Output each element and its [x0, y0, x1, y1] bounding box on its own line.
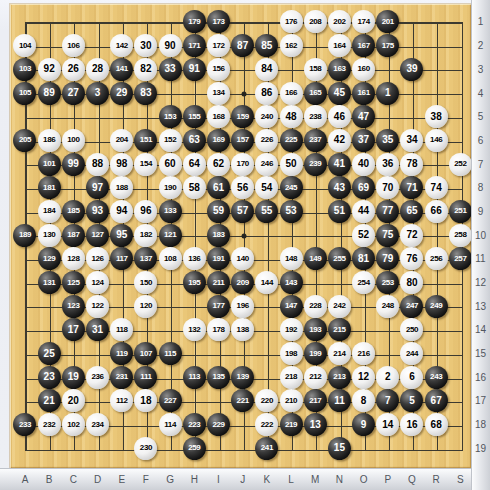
stone-white-6-q16[interactable]: 6 — [400, 366, 423, 389]
stone-black-3-d4[interactable]: 3 — [86, 82, 109, 105]
stone-white-216-o15[interactable]: 216 — [352, 342, 375, 365]
stone-black-155-h5[interactable]: 155 — [183, 105, 206, 128]
stone-black-143-l12[interactable]: 143 — [280, 271, 303, 294]
stone-white-112-e17[interactable]: 112 — [110, 389, 133, 412]
stone-white-234-d18[interactable]: 234 — [86, 413, 109, 436]
stone-black-179-h1[interactable]: 179 — [183, 10, 206, 33]
stone-white-46-n5[interactable]: 46 — [328, 105, 351, 128]
stone-white-198-l15[interactable]: 198 — [280, 342, 303, 365]
stone-black-187-c10[interactable]: 187 — [62, 224, 85, 247]
stone-white-26-c3[interactable]: 26 — [62, 58, 85, 81]
stone-white-152-g6[interactable]: 152 — [159, 129, 182, 152]
row-label-16: 16 — [471, 365, 490, 389]
stone-black-173-i1[interactable]: 173 — [207, 10, 230, 33]
stone-white-36-p7[interactable]: 36 — [376, 153, 399, 176]
stone-black-129-b11[interactable]: 129 — [38, 247, 61, 270]
row-label-2: 2 — [471, 34, 490, 58]
stone-black-189-a10[interactable]: 189 — [13, 224, 36, 247]
stone-white-154-f7[interactable]: 154 — [134, 153, 157, 176]
stone-white-214-n15[interactable]: 214 — [328, 342, 351, 365]
stone-white-218-l16[interactable]: 218 — [280, 366, 303, 389]
stone-black-41-n7[interactable]: 41 — [328, 153, 351, 176]
stone-black-163-n3[interactable]: 163 — [328, 58, 351, 81]
stone-white-50-l7[interactable]: 50 — [280, 153, 303, 176]
stone-black-193-m14[interactable]: 193 — [304, 318, 327, 341]
stone-black-215-n14[interactable]: 215 — [328, 318, 351, 341]
stone-black-153-g5[interactable]: 153 — [159, 105, 182, 128]
stone-white-222-k18[interactable]: 222 — [255, 413, 278, 436]
stone-white-52-o10[interactable]: 52 — [352, 224, 375, 247]
stone-white-238-m5[interactable]: 238 — [304, 105, 327, 128]
stone-white-210-l17[interactable]: 210 — [280, 389, 303, 412]
stone-black-149-m11[interactable]: 149 — [304, 247, 327, 270]
stone-black-243-r16[interactable]: 243 — [425, 366, 448, 389]
stone-white-144-k12[interactable]: 144 — [255, 271, 278, 294]
stone-black-249-r13[interactable]: 249 — [425, 295, 448, 318]
column-label-r: R — [424, 468, 448, 490]
column-label-s: S — [448, 468, 472, 490]
column-label-f: F — [134, 468, 158, 490]
stone-black-157-j6[interactable]: 157 — [231, 129, 254, 152]
stone-black-237-m6[interactable]: 237 — [304, 129, 327, 152]
stone-black-241-k19[interactable]: 241 — [255, 437, 278, 460]
column-label-h: H — [182, 468, 206, 490]
stone-white-248-p13[interactable]: 248 — [376, 295, 399, 318]
stone-black-185-c9[interactable]: 185 — [62, 200, 85, 223]
stone-white-108-g11[interactable]: 108 — [159, 247, 182, 270]
row-label-8: 8 — [471, 176, 490, 200]
go-game-record-window: 1791731762082021742011041061423090171172… — [0, 0, 490, 490]
stone-white-14-p18[interactable]: 14 — [376, 413, 399, 436]
stone-black-121-g10[interactable]: 121 — [159, 224, 182, 247]
stone-black-167-o2[interactable]: 167 — [352, 34, 375, 57]
stone-black-211-i12[interactable]: 211 — [207, 271, 230, 294]
stone-black-85-k2[interactable]: 85 — [255, 34, 278, 57]
stone-white-82-f3[interactable]: 82 — [134, 58, 157, 81]
column-label-m: M — [303, 468, 327, 490]
stone-black-137-f11[interactable]: 137 — [134, 247, 157, 270]
stone-black-81-o11[interactable]: 81 — [352, 247, 375, 270]
stone-white-96-f9[interactable]: 96 — [134, 200, 157, 223]
stone-white-256-r11[interactable]: 256 — [425, 247, 448, 270]
stone-white-192-l14[interactable]: 192 — [280, 318, 303, 341]
stone-white-72-q10[interactable]: 72 — [400, 224, 423, 247]
stone-black-219-l18[interactable]: 219 — [280, 413, 303, 436]
row-labels: 12345678910111213141516171819 — [471, 10, 490, 460]
stone-black-169-i6[interactable]: 169 — [207, 129, 230, 152]
stone-white-48-l5[interactable]: 48 — [280, 105, 303, 128]
stone-white-132-h14[interactable]: 132 — [183, 318, 206, 341]
stone-black-19-c16[interactable]: 19 — [62, 366, 85, 389]
stone-black-221-j17[interactable]: 221 — [231, 389, 254, 412]
stone-black-23-b16[interactable]: 23 — [38, 366, 61, 389]
stone-black-15-n19[interactable]: 15 — [328, 437, 351, 460]
stone-black-127-d10[interactable]: 127 — [86, 224, 109, 247]
stone-white-230-f19[interactable]: 230 — [134, 437, 157, 460]
stone-white-236-d16[interactable]: 236 — [86, 366, 109, 389]
stone-white-178-i14[interactable]: 178 — [207, 318, 230, 341]
stone-black-11-n17[interactable]: 11 — [328, 389, 351, 412]
stone-black-239-m7[interactable]: 239 — [304, 153, 327, 176]
stone-white-188-e8[interactable]: 188 — [110, 176, 133, 199]
stone-black-191-i11[interactable]: 191 — [207, 247, 230, 270]
stone-black-245-l8[interactable]: 245 — [280, 176, 303, 199]
column-label-a: A — [13, 468, 37, 490]
stone-black-65-q9[interactable]: 65 — [400, 200, 423, 223]
stone-white-122-d13[interactable]: 122 — [86, 295, 109, 318]
stone-black-105-a4[interactable]: 105 — [13, 82, 36, 105]
stone-white-204-e6[interactable]: 204 — [110, 129, 133, 152]
stone-black-209-j12[interactable]: 209 — [231, 271, 254, 294]
stone-white-98-e7[interactable]: 98 — [110, 153, 133, 176]
stone-white-228-m13[interactable]: 228 — [304, 295, 327, 318]
stone-black-25-b15[interactable]: 25 — [38, 342, 61, 365]
stone-black-181-b8[interactable]: 181 — [38, 176, 61, 199]
stone-white-30-f2[interactable]: 30 — [134, 34, 157, 57]
stone-black-95-e10[interactable]: 95 — [110, 224, 133, 247]
stones-layer: 1791731762082021742011041061423090171172… — [13, 10, 473, 460]
stone-white-86-k4[interactable]: 86 — [255, 82, 278, 105]
stone-black-201-p1[interactable]: 201 — [376, 10, 399, 33]
row-label-15: 15 — [471, 342, 490, 366]
stone-black-159-j5[interactable]: 159 — [231, 105, 254, 128]
stone-black-45-n4[interactable]: 45 — [328, 82, 351, 105]
stone-black-35-p6[interactable]: 35 — [376, 129, 399, 152]
stone-black-103-a3[interactable]: 103 — [13, 58, 36, 81]
row-label-5: 5 — [471, 105, 490, 129]
stone-black-63-h6[interactable]: 63 — [183, 129, 206, 152]
stone-black-39-q3[interactable]: 39 — [400, 58, 423, 81]
column-label-q: Q — [400, 468, 424, 490]
stone-black-131-b12[interactable]: 131 — [38, 271, 61, 294]
stone-white-42-n6[interactable]: 42 — [328, 129, 351, 152]
stone-black-107-f15[interactable]: 107 — [134, 342, 157, 365]
stone-black-1-p4[interactable]: 1 — [376, 82, 399, 105]
stone-white-208-m1[interactable]: 208 — [304, 10, 327, 33]
stone-white-62-i7[interactable]: 62 — [207, 153, 230, 176]
stone-white-156-i3[interactable]: 156 — [207, 58, 230, 81]
stone-black-251-s9[interactable]: 251 — [449, 200, 472, 223]
column-label-o: O — [352, 468, 376, 490]
stone-white-104-a2[interactable]: 104 — [13, 34, 36, 57]
stone-white-186-b6[interactable]: 186 — [38, 129, 61, 152]
stone-white-18-f17[interactable]: 18 — [134, 389, 157, 412]
stone-black-117-e11[interactable]: 117 — [110, 247, 133, 270]
stone-white-8-o17[interactable]: 8 — [352, 389, 375, 412]
stone-white-160-o3[interactable]: 160 — [352, 58, 375, 81]
stone-white-40-o7[interactable]: 40 — [352, 153, 375, 176]
stone-black-259-h19[interactable]: 259 — [183, 437, 206, 460]
stone-black-113-h16[interactable]: 113 — [183, 366, 206, 389]
stone-black-21-b17[interactable]: 21 — [38, 389, 61, 412]
stone-black-57-j9[interactable]: 57 — [231, 200, 254, 223]
column-label-b: B — [37, 468, 61, 490]
stone-white-44-o9[interactable]: 44 — [352, 200, 375, 223]
stone-white-138-j14[interactable]: 138 — [231, 318, 254, 341]
stone-white-34-q6[interactable]: 34 — [400, 129, 423, 152]
stone-black-43-n8[interactable]: 43 — [328, 176, 351, 199]
column-label-d: D — [85, 468, 109, 490]
column-labels: ABCDEFGHIJKLMNOPQRS — [13, 468, 473, 490]
stone-black-33-g3[interactable]: 33 — [159, 58, 182, 81]
stone-black-79-p11[interactable]: 79 — [376, 247, 399, 270]
stone-white-158-m3[interactable]: 158 — [304, 58, 327, 81]
column-label-i: I — [206, 468, 230, 490]
stone-white-126-d11[interactable]: 126 — [86, 247, 109, 270]
row-label-7: 7 — [471, 152, 490, 176]
stone-white-164-n2[interactable]: 164 — [328, 34, 351, 57]
stone-white-258-s10[interactable]: 258 — [449, 224, 472, 247]
stone-white-146-r6[interactable]: 146 — [425, 129, 448, 152]
stone-white-136-h11[interactable]: 136 — [183, 247, 206, 270]
stone-black-183-i10[interactable]: 183 — [207, 224, 230, 247]
stone-black-29-e4[interactable]: 29 — [110, 82, 133, 105]
stone-black-223-h18[interactable]: 223 — [183, 413, 206, 436]
row-label-18: 18 — [471, 413, 490, 437]
stone-white-134-i4[interactable]: 134 — [207, 82, 230, 105]
stone-black-97-d8[interactable]: 97 — [86, 176, 109, 199]
stone-black-135-i16[interactable]: 135 — [207, 366, 230, 389]
row-label-4: 4 — [471, 81, 490, 105]
stone-white-166-l4[interactable]: 166 — [280, 82, 303, 105]
stone-black-119-e15[interactable]: 119 — [110, 342, 133, 365]
stone-white-94-e9[interactable]: 94 — [110, 200, 133, 223]
stone-black-17-c14[interactable]: 17 — [62, 318, 85, 341]
stone-white-70-p8[interactable]: 70 — [376, 176, 399, 199]
stone-white-242-n13[interactable]: 242 — [328, 295, 351, 318]
stone-white-20-c17[interactable]: 20 — [62, 389, 85, 412]
stone-white-78-q7[interactable]: 78 — [400, 153, 423, 176]
stone-black-13-m18[interactable]: 13 — [304, 413, 327, 436]
stone-black-151-f6[interactable]: 151 — [134, 129, 157, 152]
stone-white-58-h8[interactable]: 58 — [183, 176, 206, 199]
stone-black-171-h2[interactable]: 171 — [183, 34, 206, 57]
column-label-l: L — [279, 468, 303, 490]
stone-white-240-k5[interactable]: 240 — [255, 105, 278, 128]
stone-white-56-j8[interactable]: 56 — [231, 176, 254, 199]
row-label-19: 19 — [471, 437, 490, 461]
stone-black-55-k9[interactable]: 55 — [255, 200, 278, 223]
stone-white-246-k7[interactable]: 246 — [255, 153, 278, 176]
stone-black-213-n16[interactable]: 213 — [328, 366, 351, 389]
stone-white-100-c6[interactable]: 100 — [62, 129, 85, 152]
column-label-e: E — [110, 468, 134, 490]
stone-white-16-q18[interactable]: 16 — [400, 413, 423, 436]
row-label-13: 13 — [471, 294, 490, 318]
row-label-14: 14 — [471, 318, 490, 342]
stone-black-233-a18[interactable]: 233 — [13, 413, 36, 436]
stone-black-67-r17[interactable]: 67 — [425, 389, 448, 412]
stone-black-199-m15[interactable]: 199 — [304, 342, 327, 365]
row-label-3: 3 — [471, 58, 490, 82]
stone-black-47-o5[interactable]: 47 — [352, 105, 375, 128]
stone-black-31-d14[interactable]: 31 — [86, 318, 109, 341]
stone-black-61-i8[interactable]: 61 — [207, 176, 230, 199]
row-label-17: 17 — [471, 389, 490, 413]
stone-white-68-r18[interactable]: 68 — [425, 413, 448, 436]
stone-white-60-g7[interactable]: 60 — [159, 153, 182, 176]
stone-white-90-g2[interactable]: 90 — [159, 34, 182, 57]
stone-black-177-i13[interactable]: 177 — [207, 295, 230, 318]
stone-black-51-n9[interactable]: 51 — [328, 200, 351, 223]
stone-black-123-c13[interactable]: 123 — [62, 295, 85, 318]
stone-white-140-j11[interactable]: 140 — [231, 247, 254, 270]
stone-black-59-i9[interactable]: 59 — [207, 200, 230, 223]
stone-white-174-o1[interactable]: 174 — [352, 10, 375, 33]
stone-white-38-r5[interactable]: 38 — [425, 105, 448, 128]
column-label-n: N — [327, 468, 351, 490]
stone-black-77-p9[interactable]: 77 — [376, 200, 399, 223]
stone-black-75-p10[interactable]: 75 — [376, 224, 399, 247]
stone-white-128-c11[interactable]: 128 — [62, 247, 85, 270]
stone-white-80-q12[interactable]: 80 — [400, 271, 423, 294]
stone-black-217-m17[interactable]: 217 — [304, 389, 327, 412]
column-label-j: J — [231, 468, 255, 490]
row-label-12: 12 — [471, 271, 490, 295]
stone-black-7-p17[interactable]: 7 — [376, 389, 399, 412]
stone-black-5-q17[interactable]: 5 — [400, 389, 423, 412]
stone-black-99-c7[interactable]: 99 — [62, 153, 85, 176]
stone-white-142-e2[interactable]: 142 — [110, 34, 133, 57]
stone-white-254-o12[interactable]: 254 — [352, 271, 375, 294]
stone-white-66-r9[interactable]: 66 — [425, 200, 448, 223]
stone-black-231-e16[interactable]: 231 — [110, 366, 133, 389]
stone-white-250-q14[interactable]: 250 — [400, 318, 423, 341]
stone-black-111-f16[interactable]: 111 — [134, 366, 157, 389]
stone-white-182-f10[interactable]: 182 — [134, 224, 157, 247]
stone-black-141-e3[interactable]: 141 — [110, 58, 133, 81]
stone-black-125-c12[interactable]: 125 — [62, 271, 85, 294]
stone-black-161-o4[interactable]: 161 — [352, 82, 375, 105]
stone-white-202-n1[interactable]: 202 — [328, 10, 351, 33]
stone-black-255-n11[interactable]: 255 — [328, 247, 351, 270]
stone-black-225-l6[interactable]: 225 — [280, 129, 303, 152]
stone-white-184-b9[interactable]: 184 — [38, 200, 61, 223]
stone-white-172-i2[interactable]: 172 — [207, 34, 230, 57]
column-label-p: P — [376, 468, 400, 490]
stone-black-253-p12[interactable]: 253 — [376, 271, 399, 294]
stone-black-247-q13[interactable]: 247 — [400, 295, 423, 318]
stone-black-37-o6[interactable]: 37 — [352, 129, 375, 152]
stone-black-69-o8[interactable]: 69 — [352, 176, 375, 199]
stone-white-196-j13[interactable]: 196 — [231, 295, 254, 318]
stone-black-101-b7[interactable]: 101 — [38, 153, 61, 176]
stone-black-257-s11[interactable]: 257 — [449, 247, 472, 270]
stone-white-130-b10[interactable]: 130 — [38, 224, 61, 247]
stone-black-9-o18[interactable]: 9 — [352, 413, 375, 436]
stone-white-120-f13[interactable]: 120 — [134, 295, 157, 318]
column-label-g: G — [158, 468, 182, 490]
stone-white-190-g8[interactable]: 190 — [159, 176, 182, 199]
stone-white-88-d7[interactable]: 88 — [86, 153, 109, 176]
stone-black-93-d9[interactable]: 93 — [86, 200, 109, 223]
stone-white-74-r8[interactable]: 74 — [425, 176, 448, 199]
stone-white-124-d12[interactable]: 124 — [86, 271, 109, 294]
stone-black-27-c4[interactable]: 27 — [62, 82, 85, 105]
stone-white-226-k6[interactable]: 226 — [255, 129, 278, 152]
stone-white-168-i5[interactable]: 168 — [207, 105, 230, 128]
stone-white-76-q11[interactable]: 76 — [400, 247, 423, 270]
stone-white-102-c18[interactable]: 102 — [62, 413, 85, 436]
stone-black-91-h3[interactable]: 91 — [183, 58, 206, 81]
stone-white-28-d3[interactable]: 28 — [86, 58, 109, 81]
stone-black-89-b4[interactable]: 89 — [38, 82, 61, 105]
stone-black-229-i18[interactable]: 229 — [207, 413, 230, 436]
stone-black-205-a6[interactable]: 205 — [13, 129, 36, 152]
stone-black-147-l13[interactable]: 147 — [280, 295, 303, 318]
row-label-1: 1 — [471, 10, 490, 34]
stone-black-53-l9[interactable]: 53 — [280, 200, 303, 223]
stone-black-133-g9[interactable]: 133 — [159, 200, 182, 223]
stone-white-252-s7[interactable]: 252 — [449, 153, 472, 176]
stone-white-220-k17[interactable]: 220 — [255, 389, 278, 412]
stone-white-118-e14[interactable]: 118 — [110, 318, 133, 341]
stone-white-212-m16[interactable]: 212 — [304, 366, 327, 389]
row-label-10: 10 — [471, 223, 490, 247]
stone-white-162-l2[interactable]: 162 — [280, 34, 303, 57]
stone-white-2-p16[interactable]: 2 — [376, 366, 399, 389]
stone-white-176-l1[interactable]: 176 — [280, 10, 303, 33]
stone-white-114-g18[interactable]: 114 — [159, 413, 182, 436]
column-label-c: C — [61, 468, 85, 490]
stone-white-244-q15[interactable]: 244 — [400, 342, 423, 365]
stone-black-195-h12[interactable]: 195 — [183, 271, 206, 294]
stone-white-170-j7[interactable]: 170 — [231, 153, 254, 176]
stone-white-64-h7[interactable]: 64 — [183, 153, 206, 176]
stone-white-92-b3[interactable]: 92 — [38, 58, 61, 81]
stone-white-12-o16[interactable]: 12 — [352, 366, 375, 389]
stone-black-139-j16[interactable]: 139 — [231, 366, 254, 389]
row-label-9: 9 — [471, 200, 490, 224]
stone-white-148-l11[interactable]: 148 — [280, 247, 303, 270]
column-label-k: K — [255, 468, 279, 490]
stone-black-227-g17[interactable]: 227 — [159, 389, 182, 412]
stone-white-150-f12[interactable]: 150 — [134, 271, 157, 294]
stone-black-83-f4[interactable]: 83 — [134, 82, 157, 105]
stone-black-115-g15[interactable]: 115 — [159, 342, 182, 365]
row-label-11: 11 — [471, 247, 490, 271]
stone-white-84-k3[interactable]: 84 — [255, 58, 278, 81]
stone-black-87-j2[interactable]: 87 — [231, 34, 254, 57]
stone-white-54-k8[interactable]: 54 — [255, 176, 278, 199]
stone-white-232-b18[interactable]: 232 — [38, 413, 61, 436]
stone-black-165-m4[interactable]: 165 — [304, 82, 327, 105]
row-label-6: 6 — [471, 129, 490, 153]
stone-black-71-q8[interactable]: 71 — [400, 176, 423, 199]
stone-white-106-c2[interactable]: 106 — [62, 34, 85, 57]
stone-black-175-p2[interactable]: 175 — [376, 34, 399, 57]
